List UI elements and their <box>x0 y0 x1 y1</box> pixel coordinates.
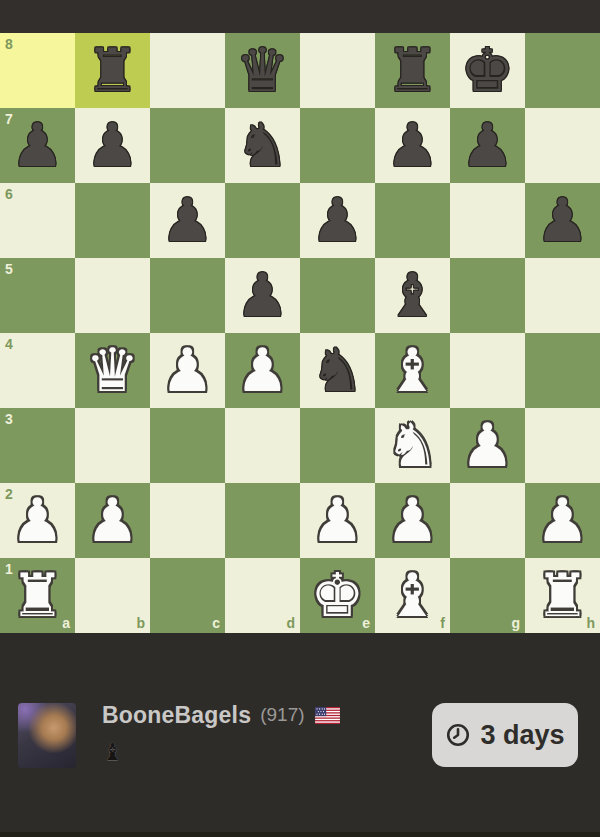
square-g6[interactable] <box>450 183 525 258</box>
black-pawn[interactable]: ♟ <box>300 183 375 258</box>
square-h4[interactable] <box>525 333 600 408</box>
black-knight[interactable]: ♞ <box>300 333 375 408</box>
white-knight[interactable]: ♞ <box>375 408 450 483</box>
square-e5[interactable] <box>300 258 375 333</box>
square-c3[interactable] <box>150 408 225 483</box>
player-rating: (917) <box>260 704 304 726</box>
square-d5[interactable]: ♟ <box>225 258 300 333</box>
square-g8[interactable]: ♚ <box>450 33 525 108</box>
white-pawn[interactable]: ♟ <box>450 408 525 483</box>
white-pawn[interactable]: ♟ <box>225 333 300 408</box>
player-name-row: BooneBagels (917) <box>102 703 340 727</box>
square-b3[interactable] <box>75 408 150 483</box>
rank-label-3: 3 <box>5 411 13 427</box>
white-rook[interactable]: ♜ <box>0 558 75 633</box>
white-pawn[interactable]: ♟ <box>0 483 75 558</box>
white-king[interactable]: ♚ <box>300 558 375 633</box>
square-b4[interactable]: ♛ <box>75 333 150 408</box>
rank-label-8: 8 <box>5 36 13 52</box>
square-c4[interactable]: ♟ <box>150 333 225 408</box>
square-d6[interactable] <box>225 183 300 258</box>
square-g5[interactable] <box>450 258 525 333</box>
square-h6[interactable]: ♟ <box>525 183 600 258</box>
black-pawn[interactable]: ♟ <box>150 183 225 258</box>
square-d7[interactable]: ♞ <box>225 108 300 183</box>
clock-icon <box>445 722 471 748</box>
black-pawn[interactable]: ♟ <box>75 108 150 183</box>
clock-timer: 3 days <box>432 703 578 767</box>
captured-black-bishop-icon: ♝ <box>102 739 123 765</box>
player-info: BooneBagels (917) <box>102 703 340 763</box>
square-g1[interactable]: g <box>450 558 525 633</box>
top-bar <box>0 0 600 33</box>
black-bishop[interactable]: ♝ <box>375 258 450 333</box>
square-f4[interactable]: ♝ <box>375 333 450 408</box>
square-e7[interactable] <box>300 108 375 183</box>
white-pawn[interactable]: ♟ <box>300 483 375 558</box>
chess-board[interactable]: 8♜♛♜♚7♟♟♞♟♟6♟♟♟5♟♝4♛♟♟♞♝3♞♟2♟♟♟♟♟1a♜bcde… <box>0 33 600 633</box>
square-b5[interactable] <box>75 258 150 333</box>
square-f1[interactable]: f♝ <box>375 558 450 633</box>
us-flag-icon <box>315 707 340 724</box>
black-rook[interactable]: ♜ <box>75 33 150 108</box>
square-h3[interactable] <box>525 408 600 483</box>
chess-app-screen: 8♜♛♜♚7♟♟♞♟♟6♟♟♟5♟♝4♛♟♟♞♝3♞♟2♟♟♟♟♟1a♜bcde… <box>0 0 600 837</box>
square-d3[interactable] <box>225 408 300 483</box>
black-knight[interactable]: ♞ <box>225 108 300 183</box>
black-pawn[interactable]: ♟ <box>0 108 75 183</box>
square-c7[interactable] <box>150 108 225 183</box>
black-rook[interactable]: ♜ <box>375 33 450 108</box>
player-username[interactable]: BooneBagels <box>102 702 251 729</box>
square-c2[interactable] <box>150 483 225 558</box>
file-label-c: c <box>212 615 220 631</box>
white-rook[interactable]: ♜ <box>525 558 600 633</box>
white-pawn[interactable]: ♟ <box>150 333 225 408</box>
white-pawn[interactable]: ♟ <box>525 483 600 558</box>
square-f2[interactable]: ♟ <box>375 483 450 558</box>
square-g3[interactable]: ♟ <box>450 408 525 483</box>
square-d8[interactable]: ♛ <box>225 33 300 108</box>
black-pawn[interactable]: ♟ <box>450 108 525 183</box>
square-h1[interactable]: h♜ <box>525 558 600 633</box>
rank-label-5: 5 <box>5 261 13 277</box>
black-pawn[interactable]: ♟ <box>225 258 300 333</box>
square-b8[interactable]: ♜ <box>75 33 150 108</box>
black-pawn[interactable]: ♟ <box>525 183 600 258</box>
home-indicator-strip <box>0 832 600 837</box>
square-g2[interactable] <box>450 483 525 558</box>
square-h7[interactable] <box>525 108 600 183</box>
square-b6[interactable] <box>75 183 150 258</box>
square-e3[interactable] <box>300 408 375 483</box>
square-h5[interactable] <box>525 258 600 333</box>
square-d1[interactable]: d <box>225 558 300 633</box>
black-queen[interactable]: ♛ <box>225 33 300 108</box>
square-a5[interactable]: 5 <box>0 258 75 333</box>
square-a2[interactable]: 2♟ <box>0 483 75 558</box>
avatar[interactable] <box>18 703 76 768</box>
rank-label-4: 4 <box>5 336 13 352</box>
square-c8[interactable] <box>150 33 225 108</box>
white-queen[interactable]: ♛ <box>75 333 150 408</box>
square-e2[interactable]: ♟ <box>300 483 375 558</box>
square-d4[interactable]: ♟ <box>225 333 300 408</box>
square-c1[interactable]: c <box>150 558 225 633</box>
square-a3[interactable]: 3 <box>0 408 75 483</box>
square-f3[interactable]: ♞ <box>375 408 450 483</box>
captured-pieces-tray: ♝ <box>102 739 340 763</box>
player-bar: BooneBagels (917) <box>0 633 600 837</box>
square-e4[interactable]: ♞ <box>300 333 375 408</box>
square-e1[interactable]: e♚ <box>300 558 375 633</box>
clock-label: 3 days <box>480 720 564 751</box>
black-pawn[interactable]: ♟ <box>375 108 450 183</box>
file-label-b: b <box>136 615 145 631</box>
square-b1[interactable]: b <box>75 558 150 633</box>
white-pawn[interactable]: ♟ <box>375 483 450 558</box>
square-a4[interactable]: 4 <box>0 333 75 408</box>
square-a8[interactable]: 8 <box>0 33 75 108</box>
square-c6[interactable]: ♟ <box>150 183 225 258</box>
square-h2[interactable]: ♟ <box>525 483 600 558</box>
file-label-d: d <box>286 615 295 631</box>
square-a7[interactable]: 7♟ <box>0 108 75 183</box>
square-e6[interactable]: ♟ <box>300 183 375 258</box>
square-b2[interactable]: ♟ <box>75 483 150 558</box>
square-g7[interactable]: ♟ <box>450 108 525 183</box>
file-label-g: g <box>511 615 520 631</box>
square-c5[interactable] <box>150 258 225 333</box>
square-g4[interactable] <box>450 333 525 408</box>
square-f8[interactable]: ♜ <box>375 33 450 108</box>
white-bishop[interactable]: ♝ <box>375 558 450 633</box>
white-bishop[interactable]: ♝ <box>375 333 450 408</box>
square-f6[interactable] <box>375 183 450 258</box>
square-f7[interactable]: ♟ <box>375 108 450 183</box>
rank-label-6: 6 <box>5 186 13 202</box>
black-king[interactable]: ♚ <box>450 33 525 108</box>
square-d2[interactable] <box>225 483 300 558</box>
square-a1[interactable]: 1a♜ <box>0 558 75 633</box>
square-h8[interactable] <box>525 33 600 108</box>
square-e8[interactable] <box>300 33 375 108</box>
white-pawn[interactable]: ♟ <box>75 483 150 558</box>
square-b7[interactable]: ♟ <box>75 108 150 183</box>
square-f5[interactable]: ♝ <box>375 258 450 333</box>
square-a6[interactable]: 6 <box>0 183 75 258</box>
